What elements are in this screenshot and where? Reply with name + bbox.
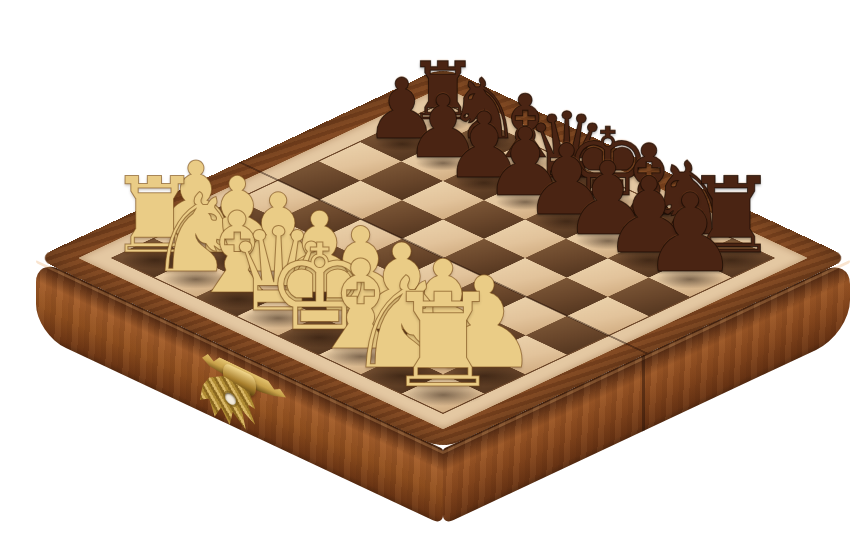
pawn-glyph: ♟ xyxy=(641,180,738,289)
pieces-layer: ♜♞♝♛♚♝♞♜♟♟♟♟♟♟♟♟♟♟♟♟♟♟♟♟♜♞♝♛♚♝♞♜ xyxy=(0,0,850,538)
product-photo-scene: ♜♞♝♛♚♝♞♜♟♟♟♟♟♟♟♟♟♟♟♟♟♟♟♟♜♞♝♛♚♝♞♜ xyxy=(0,0,850,538)
rook-glyph: ♜ xyxy=(385,277,502,407)
